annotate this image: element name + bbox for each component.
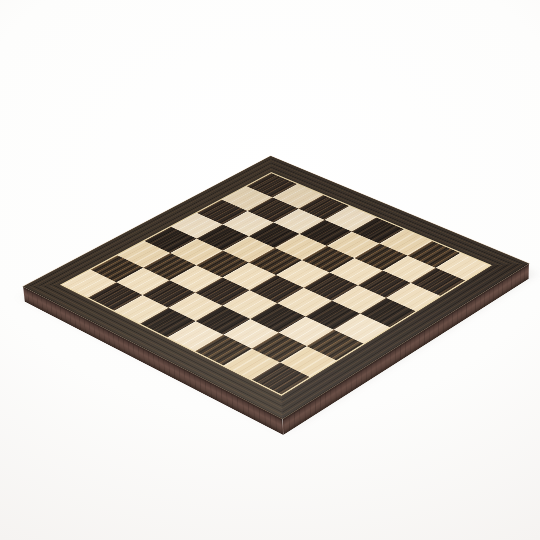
board-grid bbox=[60, 172, 492, 396]
square-r5c5 bbox=[250, 303, 305, 332]
square-r6c5 bbox=[223, 319, 279, 349]
square-r6c4 bbox=[195, 305, 250, 334]
square-r6c2 bbox=[142, 280, 196, 308]
chess-board bbox=[23, 156, 529, 419]
square-r3c5 bbox=[304, 273, 358, 301]
square-r4c6 bbox=[305, 301, 360, 330]
studio-backdrop bbox=[0, 0, 540, 540]
square-r3c7 bbox=[360, 298, 415, 327]
square-r2c6 bbox=[357, 270, 411, 298]
square-r4c7 bbox=[334, 314, 390, 344]
square-r5c3 bbox=[196, 277, 250, 305]
square-r6c3 bbox=[168, 293, 222, 322]
square-r2c7 bbox=[386, 283, 440, 311]
square-r4c4 bbox=[250, 275, 304, 303]
square-r3c6 bbox=[332, 285, 386, 314]
square-r5c4 bbox=[223, 290, 277, 319]
square-r6c6 bbox=[251, 332, 307, 362]
square-r4c5 bbox=[277, 288, 331, 317]
square-r1c7 bbox=[411, 268, 465, 296]
square-r5c6 bbox=[279, 316, 335, 346]
